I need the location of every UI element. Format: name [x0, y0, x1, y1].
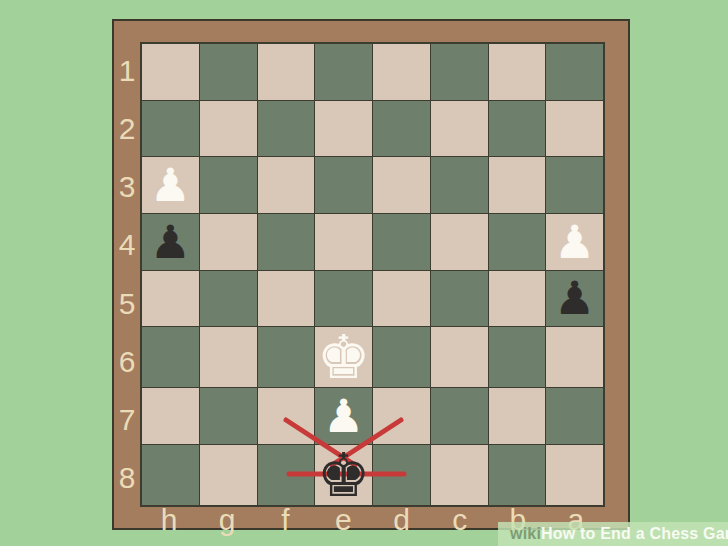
rank-label-8: 8: [114, 449, 140, 507]
square-g7: [200, 388, 257, 444]
square-e5: [315, 271, 372, 327]
square-b4: [489, 214, 546, 270]
square-a5: ♟: [546, 271, 603, 327]
wikihow-logo-how: How: [541, 525, 575, 543]
file-label-h: h: [140, 503, 198, 537]
square-h6: [142, 327, 199, 387]
square-c1: [431, 44, 488, 100]
square-b8: [489, 445, 546, 505]
square-b7: [489, 388, 546, 444]
black-pawn-h4: ♟: [150, 219, 191, 265]
square-h1: [142, 44, 199, 100]
square-c4: [431, 214, 488, 270]
rank-label-1: 1: [114, 42, 140, 100]
square-b2: [489, 101, 546, 157]
black-pawn-a5: ♟: [554, 275, 595, 321]
square-d2: [373, 101, 430, 157]
square-g6: [200, 327, 257, 387]
square-d7: [373, 388, 430, 444]
square-b3: [489, 157, 546, 213]
square-d8: [373, 445, 430, 505]
white-pawn-h3: ♟: [150, 162, 191, 208]
wikihow-watermark: wikiHow to End a Chess Game: [498, 522, 728, 546]
square-f6: [258, 327, 315, 387]
board-squares: ♟♟♟♟♚♟♚: [140, 42, 605, 507]
black-king-e8: ♚: [317, 445, 371, 505]
square-d3: [373, 157, 430, 213]
rank-label-6: 6: [114, 333, 140, 391]
square-b6: [489, 327, 546, 387]
square-f3: [258, 157, 315, 213]
square-f2: [258, 101, 315, 157]
file-label-f: f: [256, 503, 314, 537]
square-a6: [546, 327, 603, 387]
rank-label-4: 4: [114, 216, 140, 274]
square-g4: [200, 214, 257, 270]
square-g3: [200, 157, 257, 213]
square-c7: [431, 388, 488, 444]
square-a1: [546, 44, 603, 100]
square-d6: [373, 327, 430, 387]
square-f1: [258, 44, 315, 100]
square-h3: ♟: [142, 157, 199, 213]
square-f7: [258, 388, 315, 444]
square-a7: [546, 388, 603, 444]
wikihow-logo-wiki: wiki: [510, 525, 541, 543]
square-a3: [546, 157, 603, 213]
file-label-c: c: [431, 503, 489, 537]
square-e3: [315, 157, 372, 213]
square-f8: [258, 445, 315, 505]
square-h4: ♟: [142, 214, 199, 270]
square-b1: [489, 44, 546, 100]
square-h5: [142, 271, 199, 327]
square-h8: [142, 445, 199, 505]
square-a4: ♟: [546, 214, 603, 270]
square-c6: [431, 327, 488, 387]
square-g5: [200, 271, 257, 327]
square-e1: [315, 44, 372, 100]
file-label-g: g: [198, 503, 256, 537]
file-label-d: d: [373, 503, 431, 537]
rank-label-7: 7: [114, 391, 140, 449]
square-c2: [431, 101, 488, 157]
square-c5: [431, 271, 488, 327]
square-e8: ♚: [315, 445, 372, 505]
square-b5: [489, 271, 546, 327]
chess-board: 12345678 ♟♟♟♟♚♟♚ hgfedcba: [112, 19, 630, 530]
white-pawn-e7: ♟: [323, 393, 364, 439]
square-a8: [546, 445, 603, 505]
square-c3: [431, 157, 488, 213]
square-e6: ♚: [315, 327, 372, 387]
square-g8: [200, 445, 257, 505]
square-h7: [142, 388, 199, 444]
square-e7: ♟: [315, 388, 372, 444]
illustration-canvas: 12345678 ♟♟♟♟♚♟♚ hgfedcba wikiHow to End…: [0, 0, 728, 546]
square-g2: [200, 101, 257, 157]
rank-labels: 12345678: [114, 42, 140, 507]
square-d4: [373, 214, 430, 270]
rank-label-2: 2: [114, 100, 140, 158]
rank-label-5: 5: [114, 275, 140, 333]
square-f5: [258, 271, 315, 327]
square-d5: [373, 271, 430, 327]
square-g1: [200, 44, 257, 100]
rank-label-3: 3: [114, 158, 140, 216]
watermark-title: to End a Chess Game: [575, 525, 728, 543]
square-f4: [258, 214, 315, 270]
white-pawn-a4: ♟: [554, 219, 595, 265]
square-c8: [431, 445, 488, 505]
square-a2: [546, 101, 603, 157]
white-king-e6: ♚: [317, 327, 371, 387]
square-e2: [315, 101, 372, 157]
square-e4: [315, 214, 372, 270]
square-d1: [373, 44, 430, 100]
square-h2: [142, 101, 199, 157]
